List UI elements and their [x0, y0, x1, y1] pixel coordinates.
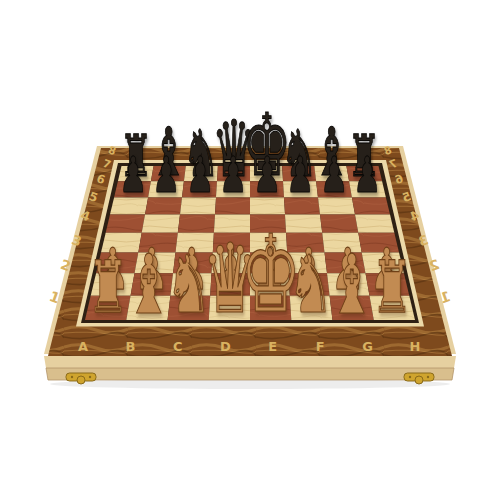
far-file-label-d: D [231, 159, 237, 168]
square-f1 [290, 296, 333, 320]
square-g1 [330, 296, 374, 320]
square-e3 [250, 252, 289, 273]
square-b5 [142, 215, 180, 233]
square-h2 [366, 273, 410, 296]
square-a4 [101, 233, 142, 253]
square-c7 [182, 181, 217, 197]
square-a5 [106, 215, 145, 233]
square-b6 [145, 197, 182, 214]
square-d6 [215, 197, 250, 214]
square-c2 [170, 273, 211, 296]
square-e5 [250, 215, 286, 233]
square-g3 [325, 252, 366, 273]
square-g7 [316, 181, 352, 197]
far-file-label-f: F [295, 159, 300, 168]
square-f3 [287, 252, 327, 273]
square-e1 [250, 296, 291, 320]
square-g5 [320, 215, 358, 233]
square-a2 [91, 273, 135, 296]
square-d5 [214, 215, 250, 233]
square-a6 [110, 197, 148, 214]
box-top-edge [44, 356, 456, 368]
square-h5 [355, 215, 394, 233]
file-label-g: G [362, 339, 373, 354]
square-d1 [209, 296, 250, 320]
square-h6 [352, 197, 390, 214]
square-e2 [250, 273, 290, 296]
file-label-b: B [125, 339, 135, 354]
square-a3 [96, 252, 138, 273]
square-b7 [148, 181, 184, 197]
file-label-h: H [410, 339, 421, 354]
square-a7 [114, 181, 151, 197]
chess-board: ABCDEFGHABCDEFGH8877665544332211 [0, 0, 500, 500]
ground-shadow [50, 379, 450, 389]
far-file-label-a: A [136, 159, 142, 168]
square-f6 [284, 197, 320, 214]
square-e7 [250, 181, 284, 197]
far-file-label-c: C [199, 159, 205, 168]
square-f7 [283, 181, 318, 197]
square-c5 [178, 215, 215, 233]
square-a1 [85, 296, 131, 320]
chess-set-photo: ABCDEFGHABCDEFGH8877665544332211 ♜♝♞♛♚♞♝… [0, 0, 500, 500]
square-g6 [318, 197, 355, 214]
square-c1 [168, 296, 211, 320]
square-h7 [349, 181, 386, 197]
square-f2 [289, 273, 330, 296]
far-file-label-h: H [358, 159, 364, 168]
square-c3 [173, 252, 213, 273]
square-d4 [213, 233, 250, 253]
square-c6 [180, 197, 216, 214]
square-a8 [118, 166, 154, 181]
file-label-d: D [220, 339, 231, 354]
square-f5 [285, 215, 322, 233]
file-label-c: C [173, 339, 183, 354]
square-g2 [327, 273, 370, 296]
far-file-label-e: E [263, 159, 268, 168]
square-h4 [358, 233, 399, 253]
square-g4 [322, 233, 362, 253]
square-b1 [126, 296, 170, 320]
file-label-f: F [316, 339, 325, 354]
square-b2 [131, 273, 174, 296]
file-label-e: E [268, 339, 277, 354]
box-front-face [46, 368, 454, 380]
square-b3 [135, 252, 176, 273]
far-file-label-g: G [326, 159, 332, 168]
square-d2 [210, 273, 250, 296]
square-d7 [216, 181, 250, 197]
far-file-label-b: B [167, 159, 173, 168]
square-b4 [138, 233, 178, 253]
file-label-a: A [78, 339, 88, 354]
square-d3 [212, 252, 251, 273]
square-h3 [362, 252, 404, 273]
square-e4 [250, 233, 287, 253]
square-f4 [286, 233, 324, 253]
square-c4 [176, 233, 214, 253]
square-h1 [370, 296, 416, 320]
square-e6 [250, 197, 285, 214]
